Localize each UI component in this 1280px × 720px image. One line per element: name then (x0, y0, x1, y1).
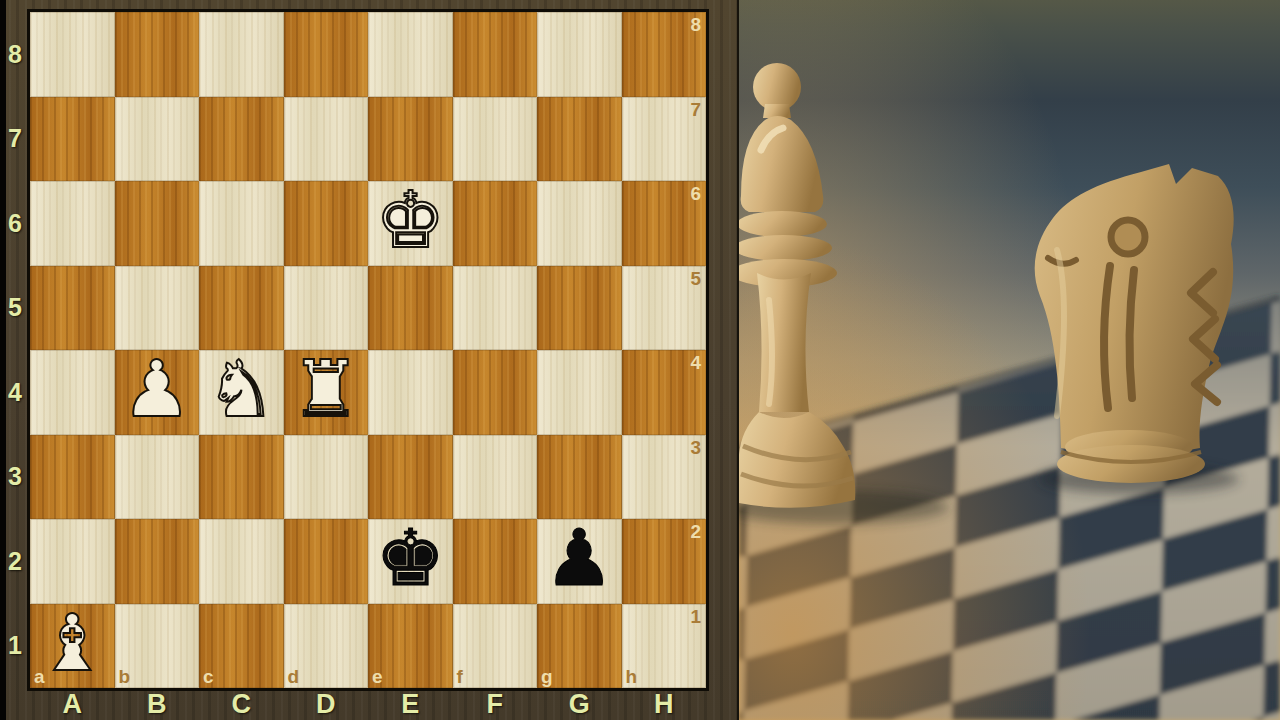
file-label-C: C (199, 689, 284, 720)
square-h1[interactable]: 1h (622, 604, 707, 689)
file-labels: ABCDEFGH (30, 689, 706, 718)
square-f2[interactable] (453, 519, 538, 604)
square-b4[interactable]: ♟ (115, 350, 200, 435)
square-c3[interactable] (199, 435, 284, 520)
rank-label-1: 1 (4, 604, 26, 689)
square-h8[interactable]: 8 (622, 12, 707, 97)
inner-rank-label-1: 1 (690, 607, 701, 626)
inner-file-label-e: e (372, 667, 383, 686)
square-e7[interactable] (368, 97, 453, 182)
file-label-B: B (115, 689, 200, 720)
square-h2[interactable]: 2 (622, 519, 707, 604)
black-pawn: ♟ (544, 520, 614, 596)
inner-rank-label-8: 8 (690, 15, 701, 34)
square-f4[interactable] (453, 350, 538, 435)
square-e4[interactable] (368, 350, 453, 435)
square-h5[interactable]: 5 (622, 266, 707, 351)
square-b5[interactable] (115, 266, 200, 351)
inner-rank-label-2: 2 (690, 522, 701, 541)
square-g6[interactable] (537, 181, 622, 266)
rank-label-2: 2 (4, 519, 26, 604)
rank-label-8: 8 (4, 12, 26, 97)
inner-rank-label-3: 3 (690, 438, 701, 457)
square-b8[interactable] (115, 12, 200, 97)
square-e8[interactable] (368, 12, 453, 97)
chess-diagram-panel: 87654321 87♚65♟♞♜43♚♟2a♝bcdefg1h ABCDEFG… (0, 0, 737, 720)
file-label-E: E (368, 689, 453, 720)
square-b7[interactable] (115, 97, 200, 182)
square-g1[interactable]: g (537, 604, 622, 689)
inner-rank-label-6: 6 (690, 184, 701, 203)
square-e1[interactable]: e (368, 604, 453, 689)
photo-panel (737, 0, 1280, 720)
square-h4[interactable]: 4 (622, 350, 707, 435)
inner-file-label-h: h (626, 667, 638, 686)
chess-photo (739, 0, 1280, 720)
square-d7[interactable] (284, 97, 369, 182)
square-a6[interactable] (30, 181, 115, 266)
rank-label-4: 4 (4, 350, 26, 435)
inner-rank-label-4: 4 (690, 353, 701, 372)
white-king: ♚ (375, 182, 445, 258)
inner-rank-label-7: 7 (690, 100, 701, 119)
square-c5[interactable] (199, 266, 284, 351)
inner-file-label-b: b (119, 667, 131, 686)
square-h6[interactable]: 6 (622, 181, 707, 266)
inner-file-label-g: g (541, 667, 553, 686)
file-label-A: A (30, 689, 115, 720)
rank-label-6: 6 (4, 181, 26, 266)
black-king: ♚ (375, 520, 445, 596)
square-d5[interactable] (284, 266, 369, 351)
file-label-H: H (622, 689, 707, 720)
screenshot: 87654321 87♚65♟♞♜43♚♟2a♝bcdefg1h ABCDEFG… (0, 0, 1280, 720)
square-g5[interactable] (537, 266, 622, 351)
inner-rank-label-5: 5 (690, 269, 701, 288)
square-e6[interactable]: ♚ (368, 181, 453, 266)
square-f7[interactable] (453, 97, 538, 182)
file-label-F: F (453, 689, 538, 720)
square-d6[interactable] (284, 181, 369, 266)
square-c8[interactable] (199, 12, 284, 97)
square-d1[interactable]: d (284, 604, 369, 689)
square-d3[interactable] (284, 435, 369, 520)
rank-label-5: 5 (4, 266, 26, 351)
square-d8[interactable] (284, 12, 369, 97)
inner-file-label-d: d (288, 667, 300, 686)
square-d4[interactable]: ♜ (284, 350, 369, 435)
square-a5[interactable] (30, 266, 115, 351)
rank-label-7: 7 (4, 97, 26, 182)
white-pawn: ♟ (122, 351, 192, 427)
square-f8[interactable] (453, 12, 538, 97)
square-g2[interactable]: ♟ (537, 519, 622, 604)
square-h7[interactable]: 7 (622, 97, 707, 182)
square-c6[interactable] (199, 181, 284, 266)
square-f6[interactable] (453, 181, 538, 266)
square-h3[interactable]: 3 (622, 435, 707, 520)
square-a8[interactable] (30, 12, 115, 97)
square-b3[interactable] (115, 435, 200, 520)
white-knight: ♞ (206, 351, 276, 427)
rank-labels: 87654321 (4, 12, 26, 688)
square-a1[interactable]: a♝ (30, 604, 115, 689)
inner-file-label-c: c (203, 667, 214, 686)
square-c7[interactable] (199, 97, 284, 182)
file-label-G: G (537, 689, 622, 720)
square-d2[interactable] (284, 519, 369, 604)
square-e5[interactable] (368, 266, 453, 351)
square-g4[interactable] (537, 350, 622, 435)
file-label-D: D (284, 689, 369, 720)
square-f3[interactable] (453, 435, 538, 520)
square-e2[interactable]: ♚ (368, 519, 453, 604)
square-c4[interactable]: ♞ (199, 350, 284, 435)
board-grid: 87♚65♟♞♜43♚♟2a♝bcdefg1h (27, 9, 709, 691)
square-g8[interactable] (537, 12, 622, 97)
white-bishop: ♝ (37, 605, 107, 681)
square-a4[interactable] (30, 350, 115, 435)
inner-file-label-f: f (457, 667, 463, 686)
square-f1[interactable]: f (453, 604, 538, 689)
white-rook: ♜ (291, 351, 361, 427)
square-g3[interactable] (537, 435, 622, 520)
square-b2[interactable] (115, 519, 200, 604)
square-c1[interactable]: c (199, 604, 284, 689)
square-a3[interactable] (30, 435, 115, 520)
square-g7[interactable] (537, 97, 622, 182)
square-e3[interactable] (368, 435, 453, 520)
rank-label-3: 3 (4, 435, 26, 520)
square-f5[interactable] (453, 266, 538, 351)
square-c2[interactable] (199, 519, 284, 604)
square-b6[interactable] (115, 181, 200, 266)
square-a2[interactable] (30, 519, 115, 604)
square-a7[interactable] (30, 97, 115, 182)
square-b1[interactable]: b (115, 604, 200, 689)
